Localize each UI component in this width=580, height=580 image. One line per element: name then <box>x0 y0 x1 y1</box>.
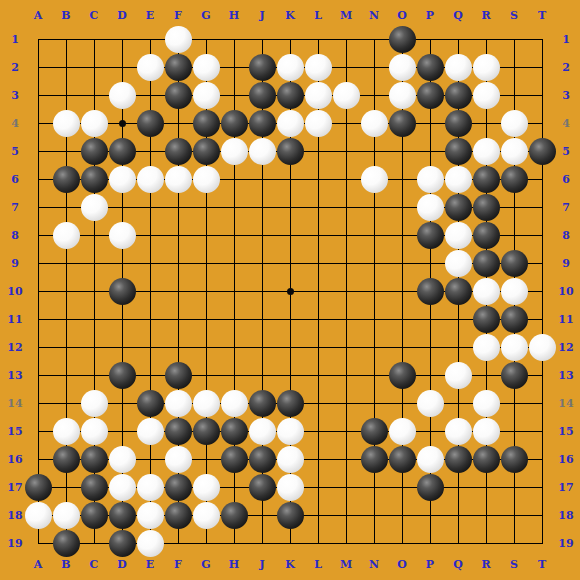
stone-white-A18 <box>25 502 52 529</box>
stone-white-D3 <box>109 82 136 109</box>
stone-white-R15 <box>473 418 500 445</box>
col-label-bottom-D: D <box>117 558 127 571</box>
stone-black-R8 <box>473 222 500 249</box>
stone-white-B18 <box>53 502 80 529</box>
stone-black-S11 <box>501 306 528 333</box>
row-label-left-3: 3 <box>11 89 19 102</box>
stone-black-G4 <box>193 110 220 137</box>
stone-black-J14 <box>249 390 276 417</box>
row-label-left-19: 19 <box>7 537 22 550</box>
row-label-right-2: 2 <box>562 61 570 74</box>
stone-white-H14 <box>221 390 248 417</box>
stone-white-C14 <box>81 390 108 417</box>
col-label-bottom-P: P <box>426 558 434 571</box>
stone-white-E17 <box>137 474 164 501</box>
row-label-left-9: 9 <box>11 257 19 270</box>
col-label-top-T: T <box>538 9 546 22</box>
grid-line-horizontal <box>38 319 543 320</box>
row-label-right-15: 15 <box>558 425 573 438</box>
col-label-top-E: E <box>146 9 154 22</box>
stone-black-A17 <box>25 474 52 501</box>
stone-black-G15 <box>193 418 220 445</box>
stone-white-S12 <box>501 334 528 361</box>
stone-black-R7 <box>473 194 500 221</box>
stone-black-P17 <box>417 474 444 501</box>
row-label-right-13: 13 <box>558 369 573 382</box>
stone-white-R12 <box>473 334 500 361</box>
col-label-bottom-L: L <box>314 558 322 571</box>
col-label-bottom-O: O <box>397 558 407 571</box>
row-label-left-2: 2 <box>11 61 19 74</box>
stone-white-C15 <box>81 418 108 445</box>
row-label-left-7: 7 <box>11 201 19 214</box>
stone-black-F5 <box>165 138 192 165</box>
row-label-right-18: 18 <box>558 509 573 522</box>
stone-black-F3 <box>165 82 192 109</box>
grid-line-vertical <box>542 39 543 544</box>
stone-white-Q8 <box>445 222 472 249</box>
stone-black-J17 <box>249 474 276 501</box>
stone-black-K18 <box>277 502 304 529</box>
row-label-right-12: 12 <box>558 341 573 354</box>
stone-black-F17 <box>165 474 192 501</box>
stone-black-F15 <box>165 418 192 445</box>
col-label-top-G: G <box>201 9 210 22</box>
stone-black-T5 <box>529 138 556 165</box>
row-label-right-1: 1 <box>562 33 570 46</box>
row-label-right-17: 17 <box>558 481 573 494</box>
col-label-top-D: D <box>117 9 127 22</box>
row-label-left-6: 6 <box>11 173 19 186</box>
col-label-top-H: H <box>229 9 239 22</box>
col-label-bottom-C: C <box>90 558 99 571</box>
stone-black-J16 <box>249 446 276 473</box>
stone-black-D5 <box>109 138 136 165</box>
stone-white-B15 <box>53 418 80 445</box>
col-label-top-C: C <box>90 9 99 22</box>
stone-black-B16 <box>53 446 80 473</box>
stone-white-G18 <box>193 502 220 529</box>
stone-white-S5 <box>501 138 528 165</box>
stone-white-M3 <box>333 82 360 109</box>
stone-white-N6 <box>361 166 388 193</box>
row-label-right-10: 10 <box>558 285 573 298</box>
row-label-left-13: 13 <box>7 369 22 382</box>
stone-black-O1 <box>389 26 416 53</box>
stone-white-K15 <box>277 418 304 445</box>
stone-black-C16 <box>81 446 108 473</box>
stone-white-O2 <box>389 54 416 81</box>
grid-line-horizontal <box>38 347 543 348</box>
stone-black-H16 <box>221 446 248 473</box>
stone-black-Q10 <box>445 278 472 305</box>
stone-white-L4 <box>305 110 332 137</box>
stone-white-J5 <box>249 138 276 165</box>
stone-white-O3 <box>389 82 416 109</box>
stone-black-S16 <box>501 446 528 473</box>
row-label-left-10: 10 <box>7 285 22 298</box>
col-label-top-F: F <box>174 9 182 22</box>
stone-black-N16 <box>361 446 388 473</box>
row-label-left-16: 16 <box>7 453 22 466</box>
stone-black-Q7 <box>445 194 472 221</box>
row-label-left-4: 4 <box>11 117 19 130</box>
col-label-top-K: K <box>285 9 295 22</box>
col-label-top-J: J <box>259 9 264 22</box>
stone-black-J3 <box>249 82 276 109</box>
stone-black-J2 <box>249 54 276 81</box>
stone-white-G14 <box>193 390 220 417</box>
stone-white-B4 <box>53 110 80 137</box>
stone-black-H18 <box>221 502 248 529</box>
row-label-left-15: 15 <box>7 425 22 438</box>
star-point-D4 <box>119 120 126 127</box>
stone-white-G6 <box>193 166 220 193</box>
stone-white-K17 <box>277 474 304 501</box>
stone-white-G3 <box>193 82 220 109</box>
star-point-K10 <box>287 288 294 295</box>
stone-black-H4 <box>221 110 248 137</box>
stone-black-H15 <box>221 418 248 445</box>
col-label-top-N: N <box>369 9 379 22</box>
col-label-top-B: B <box>61 9 70 22</box>
stone-black-B19 <box>53 530 80 557</box>
stone-white-D16 <box>109 446 136 473</box>
row-label-right-7: 7 <box>562 201 570 214</box>
stone-black-E4 <box>137 110 164 137</box>
stone-white-R3 <box>473 82 500 109</box>
stone-black-C6 <box>81 166 108 193</box>
col-label-bottom-R: R <box>481 558 490 571</box>
stone-black-D18 <box>109 502 136 529</box>
stone-white-C4 <box>81 110 108 137</box>
stone-white-R10 <box>473 278 500 305</box>
stone-black-Q4 <box>445 110 472 137</box>
row-label-right-19: 19 <box>558 537 573 550</box>
stone-black-C17 <box>81 474 108 501</box>
col-label-bottom-A: A <box>34 558 43 571</box>
stone-white-Q13 <box>445 362 472 389</box>
stone-black-R11 <box>473 306 500 333</box>
stone-black-S13 <box>501 362 528 389</box>
stone-black-P2 <box>417 54 444 81</box>
stone-black-S9 <box>501 250 528 277</box>
stone-black-R16 <box>473 446 500 473</box>
stone-white-L2 <box>305 54 332 81</box>
col-label-top-L: L <box>314 9 322 22</box>
stone-black-Q5 <box>445 138 472 165</box>
stone-black-B6 <box>53 166 80 193</box>
stone-black-K5 <box>277 138 304 165</box>
row-label-right-5: 5 <box>562 145 570 158</box>
col-label-bottom-F: F <box>174 558 182 571</box>
col-label-bottom-J: J <box>259 558 264 571</box>
row-label-left-14: 14 <box>7 397 22 410</box>
stone-black-G5 <box>193 138 220 165</box>
go-board[interactable]: AABBCCDDEEFFGGHHJJKKLLMMNNOOPPQQRRSSTT11… <box>0 0 580 580</box>
stone-black-R9 <box>473 250 500 277</box>
stone-white-D8 <box>109 222 136 249</box>
stone-black-R6 <box>473 166 500 193</box>
stone-white-Q9 <box>445 250 472 277</box>
row-label-left-8: 8 <box>11 229 19 242</box>
stone-white-P7 <box>417 194 444 221</box>
stone-white-L3 <box>305 82 332 109</box>
col-label-bottom-Q: Q <box>453 558 463 571</box>
col-label-top-Q: Q <box>453 9 463 22</box>
stone-white-J15 <box>249 418 276 445</box>
stone-white-D17 <box>109 474 136 501</box>
stone-white-G2 <box>193 54 220 81</box>
row-label-right-16: 16 <box>558 453 573 466</box>
stone-white-H5 <box>221 138 248 165</box>
stone-white-O15 <box>389 418 416 445</box>
stone-white-R14 <box>473 390 500 417</box>
col-label-bottom-M: M <box>340 558 352 571</box>
row-label-right-8: 8 <box>562 229 570 242</box>
stone-black-J4 <box>249 110 276 137</box>
stone-black-D10 <box>109 278 136 305</box>
stone-black-F13 <box>165 362 192 389</box>
row-label-left-5: 5 <box>11 145 19 158</box>
row-label-left-17: 17 <box>7 481 22 494</box>
stone-white-K2 <box>277 54 304 81</box>
stone-white-F6 <box>165 166 192 193</box>
col-label-bottom-S: S <box>510 558 518 571</box>
stone-black-K14 <box>277 390 304 417</box>
grid-line-vertical <box>346 39 347 544</box>
col-label-top-S: S <box>510 9 518 22</box>
col-label-top-R: R <box>481 9 490 22</box>
stone-white-P16 <box>417 446 444 473</box>
stone-black-D13 <box>109 362 136 389</box>
stone-black-P8 <box>417 222 444 249</box>
stone-white-P6 <box>417 166 444 193</box>
stone-white-E6 <box>137 166 164 193</box>
stone-white-R5 <box>473 138 500 165</box>
col-label-top-M: M <box>340 9 352 22</box>
row-label-right-6: 6 <box>562 173 570 186</box>
stone-black-C18 <box>81 502 108 529</box>
col-label-bottom-H: H <box>229 558 239 571</box>
stone-white-E15 <box>137 418 164 445</box>
stone-black-P10 <box>417 278 444 305</box>
stone-white-Q6 <box>445 166 472 193</box>
stone-black-S6 <box>501 166 528 193</box>
stone-white-Q2 <box>445 54 472 81</box>
row-label-right-14: 14 <box>558 397 573 410</box>
stone-black-Q3 <box>445 82 472 109</box>
stone-white-B8 <box>53 222 80 249</box>
col-label-bottom-K: K <box>285 558 295 571</box>
stone-white-E19 <box>137 530 164 557</box>
stone-white-C7 <box>81 194 108 221</box>
row-label-left-12: 12 <box>7 341 22 354</box>
stone-white-S10 <box>501 278 528 305</box>
row-label-left-1: 1 <box>11 33 19 46</box>
col-label-top-A: A <box>34 9 43 22</box>
stone-white-Q15 <box>445 418 472 445</box>
row-label-left-11: 11 <box>7 313 22 326</box>
row-label-right-3: 3 <box>562 89 570 102</box>
stone-white-P14 <box>417 390 444 417</box>
row-label-left-18: 18 <box>7 509 22 522</box>
stone-black-E14 <box>137 390 164 417</box>
stone-black-Q16 <box>445 446 472 473</box>
col-label-bottom-B: B <box>61 558 70 571</box>
stone-white-K4 <box>277 110 304 137</box>
stone-white-S4 <box>501 110 528 137</box>
stone-black-C5 <box>81 138 108 165</box>
stone-white-F1 <box>165 26 192 53</box>
stone-black-F18 <box>165 502 192 529</box>
stone-white-E2 <box>137 54 164 81</box>
stone-white-E18 <box>137 502 164 529</box>
col-label-bottom-G: G <box>201 558 210 571</box>
stone-black-K3 <box>277 82 304 109</box>
stone-black-D19 <box>109 530 136 557</box>
stone-black-O4 <box>389 110 416 137</box>
stone-black-O16 <box>389 446 416 473</box>
stone-white-G17 <box>193 474 220 501</box>
stone-white-F14 <box>165 390 192 417</box>
stone-black-N15 <box>361 418 388 445</box>
col-label-bottom-T: T <box>538 558 546 571</box>
stone-white-K16 <box>277 446 304 473</box>
stone-white-N4 <box>361 110 388 137</box>
row-label-right-9: 9 <box>562 257 570 270</box>
stone-black-F2 <box>165 54 192 81</box>
stone-white-F16 <box>165 446 192 473</box>
stone-black-O13 <box>389 362 416 389</box>
col-label-bottom-N: N <box>369 558 379 571</box>
col-label-top-P: P <box>426 9 434 22</box>
stone-white-T12 <box>529 334 556 361</box>
stone-white-R2 <box>473 54 500 81</box>
stone-black-P3 <box>417 82 444 109</box>
col-label-top-O: O <box>397 9 407 22</box>
row-label-right-11: 11 <box>558 313 573 326</box>
col-label-bottom-E: E <box>146 558 154 571</box>
row-label-right-4: 4 <box>562 117 570 130</box>
stone-white-D6 <box>109 166 136 193</box>
